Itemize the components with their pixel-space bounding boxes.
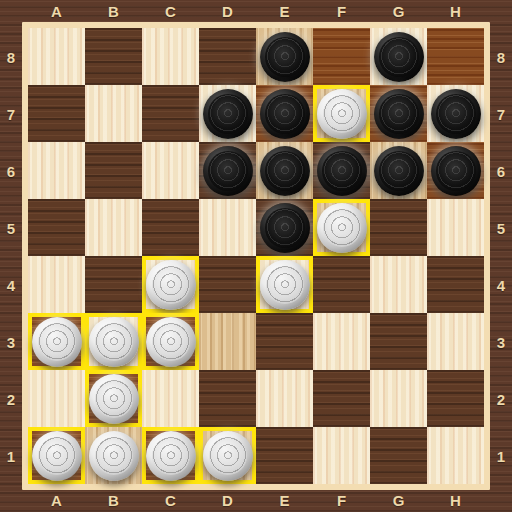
rank-label-left-1: 1 <box>7 448 15 463</box>
rank-label-right-7: 7 <box>497 106 505 121</box>
file-label-bottom-F: F <box>337 493 346 508</box>
square-D3[interactable] <box>199 313 256 370</box>
rank-label-right-4: 4 <box>497 277 505 292</box>
square-D1[interactable] <box>199 427 256 484</box>
black-piece-H7[interactable] <box>431 89 481 139</box>
file-label-top-E: E <box>279 4 289 19</box>
square-B6[interactable] <box>85 142 142 199</box>
square-D4[interactable] <box>199 256 256 313</box>
square-H6[interactable] <box>427 142 484 199</box>
rank-label-left-4: 4 <box>7 277 15 292</box>
square-E2[interactable] <box>256 370 313 427</box>
board <box>28 28 484 484</box>
square-A8[interactable] <box>28 28 85 85</box>
file-label-top-F: F <box>337 4 346 19</box>
square-B5[interactable] <box>85 199 142 256</box>
white-piece-B3[interactable] <box>89 317 139 367</box>
piece-face <box>266 266 304 304</box>
black-piece-G7[interactable] <box>374 89 424 139</box>
piece-face <box>208 151 248 191</box>
black-piece-F6[interactable] <box>317 146 367 196</box>
square-G8[interactable] <box>370 28 427 85</box>
black-piece-D6[interactable] <box>203 146 253 196</box>
piece-face <box>95 380 133 418</box>
piece-face <box>152 266 190 304</box>
black-piece-E6[interactable] <box>260 146 310 196</box>
square-G2[interactable] <box>370 370 427 427</box>
white-piece-C1[interactable] <box>146 431 196 481</box>
file-label-top-B: B <box>108 4 119 19</box>
square-A5[interactable] <box>28 199 85 256</box>
square-A6[interactable] <box>28 142 85 199</box>
file-label-bottom-E: E <box>279 493 289 508</box>
piece-face <box>265 94 305 134</box>
rank-label-left-5: 5 <box>7 220 15 235</box>
square-C8[interactable] <box>142 28 199 85</box>
black-piece-D7[interactable] <box>203 89 253 139</box>
square-G3[interactable] <box>370 313 427 370</box>
rank-label-left-7: 7 <box>7 106 15 121</box>
square-H7[interactable] <box>427 85 484 142</box>
white-piece-B2[interactable] <box>89 374 139 424</box>
square-B8[interactable] <box>85 28 142 85</box>
piece-face <box>38 323 76 361</box>
black-piece-E7[interactable] <box>260 89 310 139</box>
square-B7[interactable] <box>85 85 142 142</box>
square-E6[interactable] <box>256 142 313 199</box>
square-E8[interactable] <box>256 28 313 85</box>
square-G6[interactable] <box>370 142 427 199</box>
square-F5[interactable] <box>313 199 370 256</box>
rank-label-right-5: 5 <box>497 220 505 235</box>
square-G1[interactable] <box>370 427 427 484</box>
square-F3[interactable] <box>313 313 370 370</box>
file-label-top-C: C <box>165 4 176 19</box>
piece-face <box>95 323 133 361</box>
white-piece-F7[interactable] <box>317 89 367 139</box>
square-A2[interactable] <box>28 370 85 427</box>
square-B4[interactable] <box>85 256 142 313</box>
square-F4[interactable] <box>313 256 370 313</box>
file-label-bottom-G: G <box>393 493 405 508</box>
black-piece-H6[interactable] <box>431 146 481 196</box>
rank-label-right-3: 3 <box>497 334 505 349</box>
piece-face <box>379 151 419 191</box>
piece-face <box>265 151 305 191</box>
square-C5[interactable] <box>142 199 199 256</box>
file-label-top-G: G <box>393 4 405 19</box>
black-piece-E5[interactable] <box>260 203 310 253</box>
square-F2[interactable] <box>313 370 370 427</box>
square-G7[interactable] <box>370 85 427 142</box>
white-piece-F5[interactable] <box>317 203 367 253</box>
piece-face <box>379 37 419 77</box>
square-E4[interactable] <box>256 256 313 313</box>
file-label-bottom-D: D <box>222 493 233 508</box>
square-C7[interactable] <box>142 85 199 142</box>
rank-label-right-1: 1 <box>497 448 505 463</box>
rank-label-left-8: 8 <box>7 49 15 64</box>
rank-label-left-3: 3 <box>7 334 15 349</box>
square-E1[interactable] <box>256 427 313 484</box>
piece-face <box>208 94 248 134</box>
piece-face <box>436 151 476 191</box>
square-E3[interactable] <box>256 313 313 370</box>
file-label-bottom-C: C <box>165 493 176 508</box>
square-E7[interactable] <box>256 85 313 142</box>
file-label-bottom-H: H <box>450 493 461 508</box>
square-D2[interactable] <box>199 370 256 427</box>
file-label-top-H: H <box>450 4 461 19</box>
piece-face <box>152 323 190 361</box>
piece-face <box>436 94 476 134</box>
square-H8[interactable] <box>427 28 484 85</box>
square-H2[interactable] <box>427 370 484 427</box>
square-A4[interactable] <box>28 256 85 313</box>
square-A7[interactable] <box>28 85 85 142</box>
rank-label-left-2: 2 <box>7 391 15 406</box>
rank-label-left-6: 6 <box>7 163 15 178</box>
black-piece-E8[interactable] <box>260 32 310 82</box>
piece-face <box>323 95 361 133</box>
square-G5[interactable] <box>370 199 427 256</box>
square-A3[interactable] <box>28 313 85 370</box>
square-D7[interactable] <box>199 85 256 142</box>
file-label-top-D: D <box>222 4 233 19</box>
piece-face <box>379 94 419 134</box>
white-piece-B1[interactable] <box>89 431 139 481</box>
square-H3[interactable] <box>427 313 484 370</box>
square-F8[interactable] <box>313 28 370 85</box>
white-piece-A3[interactable] <box>32 317 82 367</box>
rank-label-right-6: 6 <box>497 163 505 178</box>
square-F6[interactable] <box>313 142 370 199</box>
piece-face <box>152 437 190 475</box>
rank-label-right-2: 2 <box>497 391 505 406</box>
square-E5[interactable] <box>256 199 313 256</box>
square-D6[interactable] <box>199 142 256 199</box>
piece-face <box>322 151 362 191</box>
square-H5[interactable] <box>427 199 484 256</box>
square-H4[interactable] <box>427 256 484 313</box>
checkers-app-window: AABBCCDDEEFFGGHH8877665544332211 <box>0 0 512 512</box>
file-label-bottom-A: A <box>51 493 62 508</box>
black-piece-G8[interactable] <box>374 32 424 82</box>
square-F1[interactable] <box>313 427 370 484</box>
piece-face <box>323 209 361 247</box>
square-G4[interactable] <box>370 256 427 313</box>
square-C2[interactable] <box>142 370 199 427</box>
white-piece-D1[interactable] <box>203 431 253 481</box>
white-piece-C4[interactable] <box>146 260 196 310</box>
square-C3[interactable] <box>142 313 199 370</box>
square-B2[interactable] <box>85 370 142 427</box>
piece-face <box>95 437 133 475</box>
square-H1[interactable] <box>427 427 484 484</box>
file-label-top-A: A <box>51 4 62 19</box>
square-B3[interactable] <box>85 313 142 370</box>
square-A1[interactable] <box>28 427 85 484</box>
white-piece-E4[interactable] <box>260 260 310 310</box>
square-D8[interactable] <box>199 28 256 85</box>
square-C1[interactable] <box>142 427 199 484</box>
piece-face <box>38 437 76 475</box>
square-C6[interactable] <box>142 142 199 199</box>
piece-face <box>265 37 305 77</box>
piece-face <box>209 437 247 475</box>
square-C4[interactable] <box>142 256 199 313</box>
black-piece-G6[interactable] <box>374 146 424 196</box>
white-piece-A1[interactable] <box>32 431 82 481</box>
file-label-bottom-B: B <box>108 493 119 508</box>
square-B1[interactable] <box>85 427 142 484</box>
rank-label-right-8: 8 <box>497 49 505 64</box>
piece-face <box>265 208 305 248</box>
white-piece-C3[interactable] <box>146 317 196 367</box>
square-F7[interactable] <box>313 85 370 142</box>
square-D5[interactable] <box>199 199 256 256</box>
